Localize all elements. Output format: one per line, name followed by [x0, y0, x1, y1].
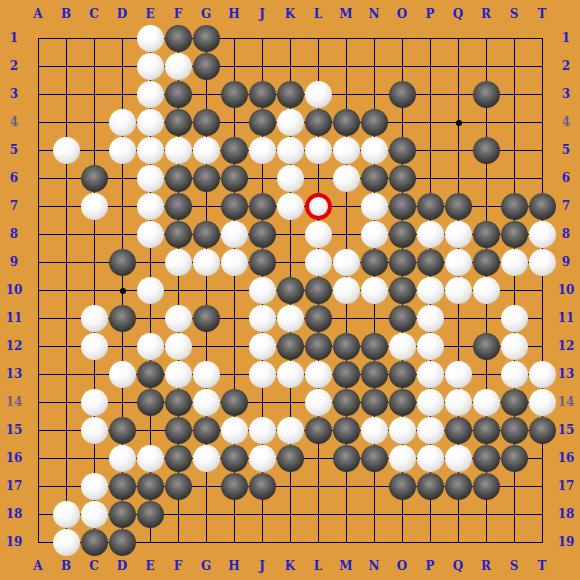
black-stone-O10 [389, 277, 416, 304]
col-label-top-P: P [416, 2, 444, 26]
black-stone-H17 [221, 473, 248, 500]
row-label-left-19: 19 [0, 530, 28, 554]
row-label-left-16: 16 [0, 446, 28, 470]
row-label-left-4: 4 [0, 110, 28, 134]
white-stone-L13 [305, 361, 332, 388]
white-stone-N15 [361, 417, 388, 444]
black-stone-P9 [417, 249, 444, 276]
black-stone-M4 [333, 109, 360, 136]
black-stone-J7 [249, 193, 276, 220]
white-stone-L14 [305, 389, 332, 416]
white-stone-F12 [165, 333, 192, 360]
white-stone-B18 [53, 501, 80, 528]
black-stone-H3 [221, 81, 248, 108]
row-label-right-13: 13 [552, 362, 580, 386]
black-stone-S16 [501, 445, 528, 472]
white-stone-J15 [249, 417, 276, 444]
row-label-right-14: 14 [552, 390, 580, 414]
row-label-left-14: 14 [0, 390, 28, 414]
white-stone-S9 [501, 249, 528, 276]
black-stone-Q17 [445, 473, 472, 500]
black-stone-N12 [361, 333, 388, 360]
white-stone-K7 [277, 193, 304, 220]
white-stone-K5 [277, 137, 304, 164]
white-stone-T9 [529, 249, 556, 276]
white-stone-C12 [81, 333, 108, 360]
row-label-left-7: 7 [0, 194, 28, 218]
black-stone-P17 [417, 473, 444, 500]
black-stone-D9 [109, 249, 136, 276]
black-stone-K12 [277, 333, 304, 360]
black-stone-J3 [249, 81, 276, 108]
white-stone-F5 [165, 137, 192, 164]
black-stone-N14 [361, 389, 388, 416]
white-stone-J16 [249, 445, 276, 472]
black-stone-R8 [473, 221, 500, 248]
black-stone-K10 [277, 277, 304, 304]
col-label-bottom-A: A [24, 554, 52, 578]
black-stone-G1 [193, 25, 220, 52]
white-stone-G5 [193, 137, 220, 164]
white-stone-S13 [501, 361, 528, 388]
white-stone-K15 [277, 417, 304, 444]
black-stone-R5 [473, 137, 500, 164]
row-label-left-10: 10 [0, 278, 28, 302]
black-stone-K3 [277, 81, 304, 108]
col-label-bottom-S: S [500, 554, 528, 578]
col-label-bottom-O: O [388, 554, 416, 578]
black-stone-P7 [417, 193, 444, 220]
col-label-bottom-T: T [528, 554, 556, 578]
white-stone-Q8 [445, 221, 472, 248]
black-stone-S8 [501, 221, 528, 248]
col-label-bottom-F: F [164, 554, 192, 578]
black-stone-H16 [221, 445, 248, 472]
row-label-left-5: 5 [0, 138, 28, 162]
white-stone-K6 [277, 165, 304, 192]
white-stone-D4 [109, 109, 136, 136]
row-label-left-17: 17 [0, 474, 28, 498]
black-stone-F17 [165, 473, 192, 500]
black-stone-G8 [193, 221, 220, 248]
row-label-right-9: 9 [552, 250, 580, 274]
black-stone-O8 [389, 221, 416, 248]
black-stone-L10 [305, 277, 332, 304]
black-stone-C19 [81, 529, 108, 556]
white-stone-H9 [221, 249, 248, 276]
white-stone-N5 [361, 137, 388, 164]
white-stone-E3 [137, 81, 164, 108]
col-label-bottom-Q: Q [444, 554, 472, 578]
black-stone-N9 [361, 249, 388, 276]
row-label-right-7: 7 [552, 194, 580, 218]
black-stone-O6 [389, 165, 416, 192]
white-stone-K11 [277, 305, 304, 332]
black-stone-R12 [473, 333, 500, 360]
col-label-bottom-M: M [332, 554, 360, 578]
row-label-right-16: 16 [552, 446, 580, 470]
black-stone-L15 [305, 417, 332, 444]
col-label-top-H: H [220, 2, 248, 26]
black-stone-M15 [333, 417, 360, 444]
white-stone-E4 [137, 109, 164, 136]
white-stone-J10 [249, 277, 276, 304]
white-stone-L8 [305, 221, 332, 248]
white-stone-P12 [417, 333, 444, 360]
white-stone-F9 [165, 249, 192, 276]
black-stone-E14 [137, 389, 164, 416]
white-stone-E8 [137, 221, 164, 248]
col-label-top-K: K [276, 2, 304, 26]
col-label-bottom-E: E [136, 554, 164, 578]
white-stone-L9 [305, 249, 332, 276]
row-label-right-6: 6 [552, 166, 580, 190]
white-stone-E12 [137, 333, 164, 360]
white-stone-T8 [529, 221, 556, 248]
black-stone-O9 [389, 249, 416, 276]
black-stone-F8 [165, 221, 192, 248]
white-stone-P14 [417, 389, 444, 416]
white-stone-F11 [165, 305, 192, 332]
black-stone-G15 [193, 417, 220, 444]
white-stone-Q16 [445, 445, 472, 472]
white-stone-D13 [109, 361, 136, 388]
white-stone-M6 [333, 165, 360, 192]
white-stone-O15 [389, 417, 416, 444]
row-label-right-8: 8 [552, 222, 580, 246]
white-stone-R14 [473, 389, 500, 416]
col-label-top-T: T [528, 2, 556, 26]
col-label-bottom-D: D [108, 554, 136, 578]
black-stone-H6 [221, 165, 248, 192]
black-stone-F6 [165, 165, 192, 192]
black-stone-O5 [389, 137, 416, 164]
col-label-top-Q: Q [444, 2, 472, 26]
row-label-right-18: 18 [552, 502, 580, 526]
black-stone-E18 [137, 501, 164, 528]
white-stone-E16 [137, 445, 164, 472]
white-stone-G14 [193, 389, 220, 416]
black-stone-S15 [501, 417, 528, 444]
black-stone-M12 [333, 333, 360, 360]
col-label-bottom-N: N [360, 554, 388, 578]
black-stone-S7 [501, 193, 528, 220]
white-stone-C17 [81, 473, 108, 500]
col-label-top-F: F [164, 2, 192, 26]
white-stone-G13 [193, 361, 220, 388]
black-stone-Q7 [445, 193, 472, 220]
black-stone-H7 [221, 193, 248, 220]
black-stone-L11 [305, 305, 332, 332]
black-stone-R3 [473, 81, 500, 108]
white-stone-Q13 [445, 361, 472, 388]
white-stone-P16 [417, 445, 444, 472]
black-stone-J17 [249, 473, 276, 500]
row-label-left-15: 15 [0, 418, 28, 442]
white-stone-J11 [249, 305, 276, 332]
white-stone-T13 [529, 361, 556, 388]
white-stone-M9 [333, 249, 360, 276]
col-label-bottom-B: B [52, 554, 80, 578]
row-label-right-2: 2 [552, 54, 580, 78]
black-stone-F7 [165, 193, 192, 220]
go-board[interactable]: ABCDEFGHJKLMNOPQRST ABCDEFGHJKLMNOPQRST … [0, 0, 580, 580]
white-stone-L5 [305, 137, 332, 164]
col-label-top-B: B [52, 2, 80, 26]
white-stone-E7 [137, 193, 164, 220]
black-stone-G6 [193, 165, 220, 192]
white-stone-S12 [501, 333, 528, 360]
white-stone-J5 [249, 137, 276, 164]
black-stone-F14 [165, 389, 192, 416]
black-stone-O13 [389, 361, 416, 388]
white-stone-P15 [417, 417, 444, 444]
col-label-top-G: G [192, 2, 220, 26]
black-stone-E17 [137, 473, 164, 500]
white-stone-E1 [137, 25, 164, 52]
white-stone-H8 [221, 221, 248, 248]
black-stone-M13 [333, 361, 360, 388]
black-stone-T15 [529, 417, 556, 444]
row-label-right-17: 17 [552, 474, 580, 498]
col-label-top-S: S [500, 2, 528, 26]
col-label-top-R: R [472, 2, 500, 26]
black-stone-O3 [389, 81, 416, 108]
star-point-Q4 [456, 120, 462, 126]
black-stone-D19 [109, 529, 136, 556]
black-stone-F3 [165, 81, 192, 108]
black-stone-F1 [165, 25, 192, 52]
col-label-top-A: A [24, 2, 52, 26]
white-stone-E10 [137, 277, 164, 304]
black-stone-O11 [389, 305, 416, 332]
white-stone-N7 [361, 193, 388, 220]
black-stone-F16 [165, 445, 192, 472]
row-label-right-4: 4 [552, 110, 580, 134]
white-stone-F13 [165, 361, 192, 388]
white-stone-D16 [109, 445, 136, 472]
white-stone-M5 [333, 137, 360, 164]
white-stone-P11 [417, 305, 444, 332]
last-move-white-stone-L7 [305, 193, 332, 220]
white-stone-C15 [81, 417, 108, 444]
col-label-top-L: L [304, 2, 332, 26]
row-label-left-11: 11 [0, 306, 28, 330]
white-stone-O16 [389, 445, 416, 472]
black-stone-H14 [221, 389, 248, 416]
col-label-top-N: N [360, 2, 388, 26]
black-stone-D11 [109, 305, 136, 332]
row-label-left-13: 13 [0, 362, 28, 386]
col-label-top-O: O [388, 2, 416, 26]
col-label-bottom-K: K [276, 554, 304, 578]
row-label-right-12: 12 [552, 334, 580, 358]
row-label-right-15: 15 [552, 418, 580, 442]
black-stone-G11 [193, 305, 220, 332]
black-stone-G4 [193, 109, 220, 136]
black-stone-J8 [249, 221, 276, 248]
white-stone-E2 [137, 53, 164, 80]
white-stone-B5 [53, 137, 80, 164]
black-stone-M16 [333, 445, 360, 472]
row-label-right-3: 3 [552, 82, 580, 106]
row-label-right-5: 5 [552, 138, 580, 162]
white-stone-B19 [53, 529, 80, 556]
col-label-top-E: E [136, 2, 164, 26]
black-stone-R16 [473, 445, 500, 472]
white-stone-C7 [81, 193, 108, 220]
row-label-right-10: 10 [552, 278, 580, 302]
black-stone-R17 [473, 473, 500, 500]
row-label-right-11: 11 [552, 306, 580, 330]
row-label-left-12: 12 [0, 334, 28, 358]
col-label-bottom-P: P [416, 554, 444, 578]
col-label-top-C: C [80, 2, 108, 26]
white-stone-N10 [361, 277, 388, 304]
col-label-bottom-C: C [80, 554, 108, 578]
black-stone-R9 [473, 249, 500, 276]
white-stone-E6 [137, 165, 164, 192]
col-label-bottom-H: H [220, 554, 248, 578]
white-stone-C14 [81, 389, 108, 416]
white-stone-Q14 [445, 389, 472, 416]
white-stone-G16 [193, 445, 220, 472]
row-label-left-8: 8 [0, 222, 28, 246]
row-label-left-9: 9 [0, 250, 28, 274]
white-stone-Q9 [445, 249, 472, 276]
black-stone-D17 [109, 473, 136, 500]
white-stone-P13 [417, 361, 444, 388]
white-stone-G9 [193, 249, 220, 276]
white-stone-P8 [417, 221, 444, 248]
col-label-bottom-L: L [304, 554, 332, 578]
black-stone-O14 [389, 389, 416, 416]
row-label-left-18: 18 [0, 502, 28, 526]
white-stone-R10 [473, 277, 500, 304]
black-stone-Q15 [445, 417, 472, 444]
black-stone-N6 [361, 165, 388, 192]
black-stone-H5 [221, 137, 248, 164]
white-stone-K13 [277, 361, 304, 388]
white-stone-O12 [389, 333, 416, 360]
white-stone-J12 [249, 333, 276, 360]
white-stone-C11 [81, 305, 108, 332]
col-label-top-D: D [108, 2, 136, 26]
white-stone-J13 [249, 361, 276, 388]
row-label-left-3: 3 [0, 82, 28, 106]
white-stone-D5 [109, 137, 136, 164]
black-stone-J9 [249, 249, 276, 276]
black-stone-L4 [305, 109, 332, 136]
col-label-top-J: J [248, 2, 276, 26]
row-label-left-6: 6 [0, 166, 28, 190]
white-stone-N8 [361, 221, 388, 248]
white-stone-L3 [305, 81, 332, 108]
white-stone-Q10 [445, 277, 472, 304]
white-stone-M10 [333, 277, 360, 304]
row-label-left-2: 2 [0, 54, 28, 78]
black-stone-S14 [501, 389, 528, 416]
row-label-right-1: 1 [552, 26, 580, 50]
black-stone-R15 [473, 417, 500, 444]
black-stone-F4 [165, 109, 192, 136]
col-label-top-M: M [332, 2, 360, 26]
black-stone-O7 [389, 193, 416, 220]
white-stone-S11 [501, 305, 528, 332]
white-stone-E5 [137, 137, 164, 164]
black-stone-J4 [249, 109, 276, 136]
row-label-right-19: 19 [552, 530, 580, 554]
black-stone-D15 [109, 417, 136, 444]
black-stone-L12 [305, 333, 332, 360]
black-stone-K16 [277, 445, 304, 472]
black-stone-C6 [81, 165, 108, 192]
black-stone-N4 [361, 109, 388, 136]
black-stone-N13 [361, 361, 388, 388]
white-stone-P10 [417, 277, 444, 304]
white-stone-C18 [81, 501, 108, 528]
col-label-bottom-G: G [192, 554, 220, 578]
black-stone-O17 [389, 473, 416, 500]
black-stone-E13 [137, 361, 164, 388]
white-stone-K4 [277, 109, 304, 136]
row-label-left-1: 1 [0, 26, 28, 50]
white-stone-H15 [221, 417, 248, 444]
black-stone-N16 [361, 445, 388, 472]
black-stone-G2 [193, 53, 220, 80]
white-stone-F2 [165, 53, 192, 80]
col-label-bottom-J: J [248, 554, 276, 578]
white-stone-T14 [529, 389, 556, 416]
black-stone-F15 [165, 417, 192, 444]
black-stone-T7 [529, 193, 556, 220]
star-point-D10 [120, 288, 126, 294]
black-stone-D18 [109, 501, 136, 528]
black-stone-M14 [333, 389, 360, 416]
col-label-bottom-R: R [472, 554, 500, 578]
